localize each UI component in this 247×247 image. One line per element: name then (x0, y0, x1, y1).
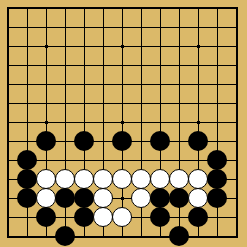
intersection-m11[interactable] (227, 37, 246, 56)
intersection-e2[interactable] (75, 208, 94, 227)
intersection-g1[interactable] (113, 227, 132, 246)
intersection-g6[interactable] (113, 132, 132, 151)
intersection-a3[interactable] (0, 189, 18, 208)
intersection-d2[interactable] (56, 208, 75, 227)
black-stone (17, 169, 37, 189)
intersection-f8[interactable] (94, 94, 113, 113)
go-board (0, 0, 247, 247)
intersection-e12[interactable] (75, 18, 94, 37)
intersection-h1[interactable] (132, 227, 151, 246)
black-stone (188, 131, 208, 151)
intersection-k5[interactable] (189, 151, 208, 170)
intersection-e1[interactable] (75, 227, 94, 246)
black-stone (207, 188, 227, 208)
intersection-f11[interactable] (94, 37, 113, 56)
intersection-c7[interactable] (37, 113, 56, 132)
white-stone (131, 169, 151, 189)
white-stone (93, 169, 113, 189)
intersection-h3[interactable] (132, 189, 151, 208)
black-stone (36, 207, 56, 227)
intersection-k13[interactable] (189, 0, 208, 18)
intersection-j11[interactable] (170, 37, 189, 56)
intersection-a5[interactable] (0, 151, 18, 170)
intersection-c11[interactable] (37, 37, 56, 56)
intersection-k6[interactable] (189, 132, 208, 151)
intersection-l5[interactable] (208, 151, 227, 170)
intersection-j8[interactable] (170, 94, 189, 113)
black-stone (207, 169, 227, 189)
intersection-i2[interactable] (151, 208, 170, 227)
intersection-f13[interactable] (94, 0, 113, 18)
black-stone (150, 131, 170, 151)
intersection-k11[interactable] (189, 37, 208, 56)
intersection-f5[interactable] (94, 151, 113, 170)
intersection-d8[interactable] (56, 94, 75, 113)
intersection-f1[interactable] (94, 227, 113, 246)
intersection-d3[interactable] (56, 189, 75, 208)
intersection-h11[interactable] (132, 37, 151, 56)
black-stone (17, 150, 37, 170)
intersection-b1[interactable] (18, 227, 37, 246)
intersection-b6[interactable] (18, 132, 37, 151)
intersection-c6[interactable] (37, 132, 56, 151)
intersection-f10[interactable] (94, 56, 113, 75)
intersection-g12[interactable] (113, 18, 132, 37)
white-stone (131, 188, 151, 208)
intersection-h7[interactable] (132, 113, 151, 132)
intersection-b5[interactable] (18, 151, 37, 170)
intersection-d9[interactable] (56, 75, 75, 94)
intersection-a2[interactable] (0, 208, 18, 227)
intersection-e13[interactable] (75, 0, 94, 18)
intersection-d7[interactable] (56, 113, 75, 132)
intersection-h6[interactable] (132, 132, 151, 151)
intersection-e8[interactable] (75, 94, 94, 113)
intersection-f3[interactable] (94, 189, 113, 208)
intersection-k3[interactable] (189, 189, 208, 208)
white-stone (36, 169, 56, 189)
intersection-m10[interactable] (227, 56, 246, 75)
intersection-i8[interactable] (151, 94, 170, 113)
intersection-f4[interactable] (94, 170, 113, 189)
black-stone (207, 150, 227, 170)
intersection-h4[interactable] (132, 170, 151, 189)
intersection-k12[interactable] (189, 18, 208, 37)
intersection-h12[interactable] (132, 18, 151, 37)
intersection-m8[interactable] (227, 94, 246, 113)
intersection-i12[interactable] (151, 18, 170, 37)
black-stone (150, 207, 170, 227)
black-stone (74, 207, 94, 227)
intersection-j6[interactable] (170, 132, 189, 151)
intersection-m4[interactable] (227, 170, 246, 189)
intersection-l13[interactable] (208, 0, 227, 18)
intersection-a11[interactable] (0, 37, 18, 56)
intersection-g13[interactable] (113, 0, 132, 18)
intersection-c5[interactable] (37, 151, 56, 170)
intersection-j13[interactable] (170, 0, 189, 18)
intersection-c10[interactable] (37, 56, 56, 75)
intersection-m9[interactable] (227, 75, 246, 94)
black-stone (55, 188, 75, 208)
intersection-a8[interactable] (0, 94, 18, 113)
intersection-i1[interactable] (151, 227, 170, 246)
intersection-j9[interactable] (170, 75, 189, 94)
intersection-f12[interactable] (94, 18, 113, 37)
intersection-l10[interactable] (208, 56, 227, 75)
intersection-b9[interactable] (18, 75, 37, 94)
intersection-f7[interactable] (94, 113, 113, 132)
intersection-a4[interactable] (0, 170, 18, 189)
intersection-d10[interactable] (56, 56, 75, 75)
intersection-j4[interactable] (170, 170, 189, 189)
white-stone (169, 169, 189, 189)
intersection-d1[interactable] (56, 227, 75, 246)
intersection-d11[interactable] (56, 37, 75, 56)
intersection-k9[interactable] (189, 75, 208, 94)
intersection-b12[interactable] (18, 18, 37, 37)
intersection-g8[interactable] (113, 94, 132, 113)
intersection-j12[interactable] (170, 18, 189, 37)
intersection-d5[interactable] (56, 151, 75, 170)
intersection-g11[interactable] (113, 37, 132, 56)
intersection-h8[interactable] (132, 94, 151, 113)
black-stone (36, 131, 56, 151)
black-stone (169, 188, 189, 208)
intersection-e9[interactable] (75, 75, 94, 94)
intersection-g5[interactable] (113, 151, 132, 170)
intersection-g9[interactable] (113, 75, 132, 94)
intersection-m12[interactable] (227, 18, 246, 37)
white-stone (188, 169, 208, 189)
intersection-h10[interactable] (132, 56, 151, 75)
intersection-k2[interactable] (189, 208, 208, 227)
intersection-a7[interactable] (0, 113, 18, 132)
intersection-m13[interactable] (227, 0, 246, 18)
intersection-c8[interactable] (37, 94, 56, 113)
intersection-e5[interactable] (75, 151, 94, 170)
black-stone (188, 207, 208, 227)
intersection-b11[interactable] (18, 37, 37, 56)
white-stone (112, 169, 132, 189)
intersection-i6[interactable] (151, 132, 170, 151)
intersection-b8[interactable] (18, 94, 37, 113)
intersection-k1[interactable] (189, 227, 208, 246)
intersection-e4[interactable] (75, 170, 94, 189)
intersection-l7[interactable] (208, 113, 227, 132)
intersection-l11[interactable] (208, 37, 227, 56)
intersection-d4[interactable] (56, 170, 75, 189)
intersection-l12[interactable] (208, 18, 227, 37)
intersection-d13[interactable] (56, 0, 75, 18)
intersection-b13[interactable] (18, 0, 37, 18)
intersection-b7[interactable] (18, 113, 37, 132)
intersection-f2[interactable] (94, 208, 113, 227)
white-stone (93, 207, 113, 227)
intersection-i9[interactable] (151, 75, 170, 94)
intersection-j10[interactable] (170, 56, 189, 75)
intersection-j3[interactable] (170, 189, 189, 208)
intersection-m3[interactable] (227, 189, 246, 208)
intersection-j5[interactable] (170, 151, 189, 170)
intersection-e11[interactable] (75, 37, 94, 56)
intersection-k4[interactable] (189, 170, 208, 189)
intersection-i7[interactable] (151, 113, 170, 132)
go-board-diagram (0, 0, 247, 247)
intersection-i10[interactable] (151, 56, 170, 75)
intersection-k10[interactable] (189, 56, 208, 75)
intersection-c3[interactable] (37, 189, 56, 208)
intersection-l1[interactable] (208, 227, 227, 246)
intersection-h9[interactable] (132, 75, 151, 94)
intersection-l6[interactable] (208, 132, 227, 151)
intersection-e3[interactable] (75, 189, 94, 208)
black-stone (169, 226, 189, 246)
intersection-f9[interactable] (94, 75, 113, 94)
white-stone (55, 169, 75, 189)
intersection-l4[interactable] (208, 170, 227, 189)
intersection-l8[interactable] (208, 94, 227, 113)
intersection-g7[interactable] (113, 113, 132, 132)
intersection-l2[interactable] (208, 208, 227, 227)
white-stone (112, 207, 132, 227)
intersection-k7[interactable] (189, 113, 208, 132)
intersection-j1[interactable] (170, 227, 189, 246)
intersection-m5[interactable] (227, 151, 246, 170)
black-stone (55, 226, 75, 246)
intersection-m1[interactable] (227, 227, 246, 246)
black-stone (112, 131, 132, 151)
intersection-i13[interactable] (151, 0, 170, 18)
intersection-c4[interactable] (37, 170, 56, 189)
black-stone (150, 188, 170, 208)
intersection-h5[interactable] (132, 151, 151, 170)
intersection-c1[interactable] (37, 227, 56, 246)
intersection-c12[interactable] (37, 18, 56, 37)
intersection-j7[interactable] (170, 113, 189, 132)
white-stone (188, 188, 208, 208)
intersection-g2[interactable] (113, 208, 132, 227)
black-stone (74, 188, 94, 208)
white-stone (150, 169, 170, 189)
white-stone (74, 169, 94, 189)
intersection-b10[interactable] (18, 56, 37, 75)
intersection-c13[interactable] (37, 0, 56, 18)
intersection-f6[interactable] (94, 132, 113, 151)
black-stone (17, 188, 37, 208)
intersection-d12[interactable] (56, 18, 75, 37)
black-stone (74, 131, 94, 151)
intersection-m2[interactable] (227, 208, 246, 227)
intersection-g3[interactable] (113, 189, 132, 208)
intersection-l9[interactable] (208, 75, 227, 94)
intersection-g10[interactable] (113, 56, 132, 75)
intersection-a10[interactable] (0, 56, 18, 75)
intersection-i3[interactable] (151, 189, 170, 208)
intersection-a6[interactable] (0, 132, 18, 151)
white-stone (36, 188, 56, 208)
intersection-j2[interactable] (170, 208, 189, 227)
intersection-i4[interactable] (151, 170, 170, 189)
intersection-b3[interactable] (18, 189, 37, 208)
intersection-i11[interactable] (151, 37, 170, 56)
intersection-e7[interactable] (75, 113, 94, 132)
intersection-a1[interactable] (0, 227, 18, 246)
intersection-l3[interactable] (208, 189, 227, 208)
intersection-b2[interactable] (18, 208, 37, 227)
intersection-a9[interactable] (0, 75, 18, 94)
intersection-i5[interactable] (151, 151, 170, 170)
intersection-d6[interactable] (56, 132, 75, 151)
intersection-h2[interactable] (132, 208, 151, 227)
intersection-m7[interactable] (227, 113, 246, 132)
intersection-c2[interactable] (37, 208, 56, 227)
board-cells (0, 0, 246, 246)
intersection-e10[interactable] (75, 56, 94, 75)
intersection-b4[interactable] (18, 170, 37, 189)
white-stone (93, 188, 113, 208)
intersection-a13[interactable] (0, 0, 18, 18)
intersection-k8[interactable] (189, 94, 208, 113)
intersection-a12[interactable] (0, 18, 18, 37)
intersection-e6[interactable] (75, 132, 94, 151)
intersection-m6[interactable] (227, 132, 246, 151)
intersection-h13[interactable] (132, 0, 151, 18)
intersection-c9[interactable] (37, 75, 56, 94)
intersection-g4[interactable] (113, 170, 132, 189)
